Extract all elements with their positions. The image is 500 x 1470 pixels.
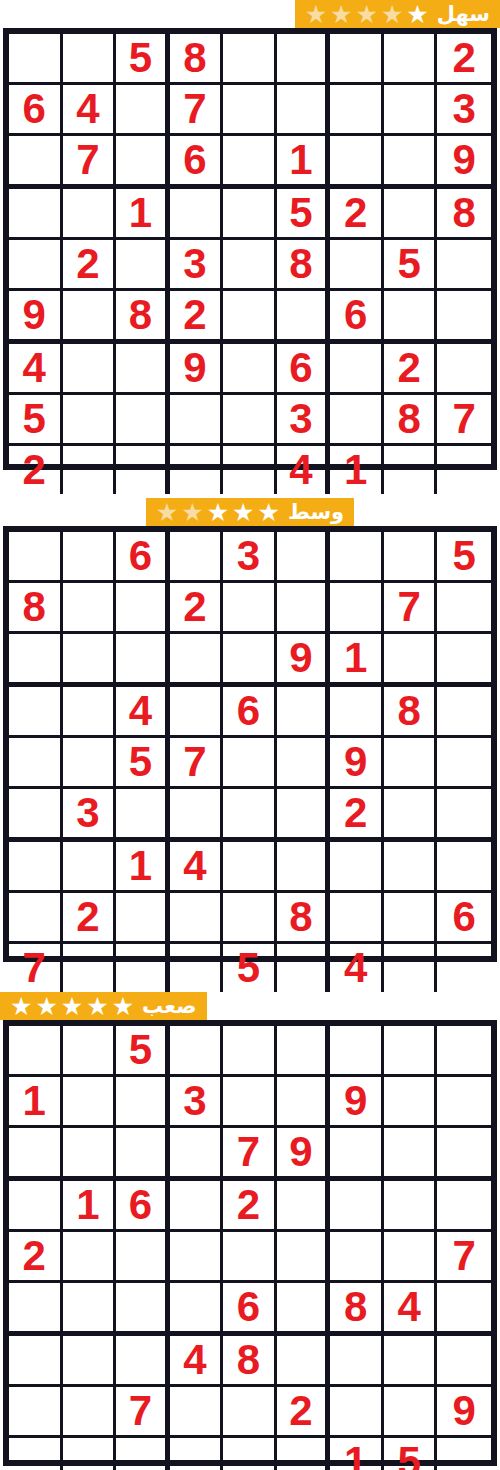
- cell-r4c3[interactable]: 6: [116, 1181, 170, 1232]
- cell-r7c9[interactable]: [437, 344, 491, 395]
- cell-r7c6[interactable]: [277, 842, 331, 893]
- cell-r7c3[interactable]: [116, 344, 170, 395]
- cell-r2c4[interactable]: 3: [170, 1077, 224, 1128]
- cell-r1c4[interactable]: [170, 532, 224, 583]
- sudoku-page: ★★★★★ سهل 582647376191528238598264962538…: [0, 0, 500, 1470]
- cell-r4c6[interactable]: [277, 687, 331, 738]
- cell-r5c2[interactable]: [63, 1232, 117, 1283]
- cell-r8c4[interactable]: [170, 1387, 224, 1438]
- cell-r6c3[interactable]: 8: [116, 291, 170, 344]
- cell-r5c5[interactable]: [223, 738, 277, 789]
- cell-r2c8[interactable]: [384, 1077, 438, 1128]
- sudoku-grid-hard: 513979162276844872915: [3, 1020, 497, 1466]
- cell-r8c9[interactable]: 7: [437, 395, 491, 446]
- cell-r3c5[interactable]: [223, 634, 277, 687]
- star-icon: ★: [61, 992, 83, 1020]
- cell-r7c4[interactable]: 4: [170, 842, 224, 893]
- cell-r3c2[interactable]: [63, 634, 117, 687]
- cell-r7c2[interactable]: [63, 842, 117, 893]
- cell-r7c4[interactable]: 4: [170, 1336, 224, 1387]
- star-icon: ★: [330, 0, 352, 28]
- star-icon: ★: [232, 498, 254, 526]
- cell-r8c6[interactable]: 2: [277, 1387, 331, 1438]
- cell-r9c8[interactable]: [384, 944, 438, 992]
- cell-r4c7[interactable]: 2: [330, 189, 384, 240]
- cell-r8c8[interactable]: [384, 1387, 438, 1438]
- cell-r3c3[interactable]: [116, 136, 170, 189]
- cell-r3c6[interactable]: 9: [277, 634, 331, 687]
- cell-r5c2[interactable]: 2: [63, 240, 117, 291]
- cell-r4c8[interactable]: [384, 189, 438, 240]
- cell-r4c8[interactable]: 8: [384, 687, 438, 738]
- cell-r8c8[interactable]: [384, 893, 438, 944]
- cell-r8c2[interactable]: [63, 395, 117, 446]
- cell-r1c6[interactable]: [277, 1026, 331, 1077]
- cell-r8c4[interactable]: [170, 395, 224, 446]
- cell-r3c9[interactable]: [437, 1128, 491, 1181]
- cell-r3c1[interactable]: [9, 1128, 63, 1181]
- cell-r4c9[interactable]: 8: [437, 189, 491, 240]
- cell-r4c5[interactable]: 2: [223, 1181, 277, 1232]
- cell-r9c2[interactable]: [63, 944, 117, 992]
- cell-r4c6[interactable]: 5: [277, 189, 331, 240]
- star-icon: ★: [305, 0, 327, 28]
- cell-r3c5[interactable]: 7: [223, 1128, 277, 1181]
- cell-r2c1[interactable]: 6: [9, 85, 63, 136]
- cell-r7c6[interactable]: 6: [277, 344, 331, 395]
- cell-r3c6[interactable]: 1: [277, 136, 331, 189]
- cell-r4c1[interactable]: [9, 189, 63, 240]
- cell-r5c9[interactable]: 7: [437, 1232, 491, 1283]
- star-icon: ★: [406, 0, 428, 28]
- cell-r4c3[interactable]: 1: [116, 189, 170, 240]
- cell-r7c4[interactable]: 9: [170, 344, 224, 395]
- cell-r7c1[interactable]: [9, 1336, 63, 1387]
- cell-r1c3[interactable]: 6: [116, 532, 170, 583]
- sudoku-grid-medium: 635827914685793214286754: [3, 526, 497, 962]
- cell-r9c5[interactable]: [223, 446, 277, 494]
- cell-r3c1[interactable]: [9, 136, 63, 189]
- cell-r9c3[interactable]: [116, 944, 170, 992]
- cell-r3c8[interactable]: [384, 136, 438, 189]
- cell-r6c9[interactable]: [437, 789, 491, 842]
- cell-r9c3[interactable]: [116, 446, 170, 494]
- cell-r8c5[interactable]: [223, 395, 277, 446]
- cell-r2c4[interactable]: 2: [170, 583, 224, 634]
- cell-r9c9[interactable]: [437, 446, 491, 494]
- cell-r1c2[interactable]: [63, 34, 117, 85]
- cell-r4c7[interactable]: [330, 687, 384, 738]
- cell-r1c1[interactable]: [9, 532, 63, 583]
- cell-r9c5[interactable]: 5: [223, 944, 277, 992]
- cell-r5c3[interactable]: 5: [116, 738, 170, 789]
- sudoku-grid-easy: 5826473761915282385982649625387241: [3, 28, 497, 470]
- cell-r4c9[interactable]: [437, 687, 491, 738]
- cell-r2c9[interactable]: [437, 1077, 491, 1128]
- cell-r1c1[interactable]: [9, 1026, 63, 1077]
- cell-r1c5[interactable]: 3: [223, 532, 277, 583]
- cell-r5c3[interactable]: [116, 240, 170, 291]
- cell-r5c5[interactable]: [223, 240, 277, 291]
- cell-r1c5[interactable]: [223, 1026, 277, 1077]
- cell-r5c1[interactable]: [9, 240, 63, 291]
- cell-r3c9[interactable]: [437, 634, 491, 687]
- cell-r7c3[interactable]: [116, 1336, 170, 1387]
- cell-r1c5[interactable]: [223, 34, 277, 85]
- cell-r6c4[interactable]: [170, 1283, 224, 1336]
- cell-r9c1[interactable]: 7: [9, 944, 63, 992]
- cell-r7c7[interactable]: [330, 1336, 384, 1387]
- cell-r4c8[interactable]: [384, 1181, 438, 1232]
- cell-r9c3[interactable]: [116, 1438, 170, 1470]
- cell-r2c5[interactable]: [223, 85, 277, 136]
- cell-r9c7[interactable]: 1: [330, 1438, 384, 1470]
- cell-r8c5[interactable]: [223, 1387, 277, 1438]
- star-icon: ★: [355, 0, 377, 28]
- cell-r6c6[interactable]: [277, 1283, 331, 1336]
- cell-r3c4[interactable]: [170, 634, 224, 687]
- cell-r2c9[interactable]: 3: [437, 85, 491, 136]
- star-icon: ★: [181, 498, 203, 526]
- cell-r4c4[interactable]: [170, 1181, 224, 1232]
- cell-r2c2[interactable]: 4: [63, 85, 117, 136]
- cell-r1c8[interactable]: [384, 532, 438, 583]
- cell-r6c5[interactable]: [223, 291, 277, 344]
- cell-r6c3[interactable]: [116, 1283, 170, 1336]
- difficulty-banner-medium: ★★★★★ وسط: [146, 498, 354, 526]
- cell-r5c6[interactable]: 8: [277, 240, 331, 291]
- cell-r5c7[interactable]: [330, 1232, 384, 1283]
- cell-r4c4[interactable]: [170, 189, 224, 240]
- cell-r9c2[interactable]: [63, 446, 117, 494]
- cell-r1c9[interactable]: 2: [437, 34, 491, 85]
- cell-r1c6[interactable]: [277, 34, 331, 85]
- cell-r9c4[interactable]: [170, 1438, 224, 1470]
- cell-r8c6[interactable]: 3: [277, 395, 331, 446]
- cell-r4c4[interactable]: [170, 687, 224, 738]
- cell-r8c1[interactable]: [9, 893, 63, 944]
- cell-r7c9[interactable]: [437, 842, 491, 893]
- cell-r5c8[interactable]: 5: [384, 240, 438, 291]
- cell-r1c4[interactable]: 8: [170, 34, 224, 85]
- cell-r7c8[interactable]: 2: [384, 344, 438, 395]
- cell-r6c7[interactable]: 8: [330, 1283, 384, 1336]
- cell-r3c4[interactable]: 6: [170, 136, 224, 189]
- cell-r1c3[interactable]: 5: [116, 1026, 170, 1077]
- cell-r8c3[interactable]: 7: [116, 1387, 170, 1438]
- difficulty-banner-easy: ★★★★★ سهل: [295, 0, 500, 28]
- cell-r6c6[interactable]: [277, 789, 331, 842]
- cell-r9c1[interactable]: 2: [9, 446, 63, 494]
- cell-r1c9[interactable]: 5: [437, 532, 491, 583]
- cell-r1c7[interactable]: [330, 532, 384, 583]
- cell-r7c6[interactable]: [277, 1336, 331, 1387]
- cell-r6c7[interactable]: 2: [330, 789, 384, 842]
- star-rating-easy: ★★★★★: [305, 0, 429, 28]
- cell-r6c1[interactable]: [9, 789, 63, 842]
- cell-r7c2[interactable]: [63, 1336, 117, 1387]
- cell-r4c7[interactable]: [330, 1181, 384, 1232]
- cell-r8c2[interactable]: 2: [63, 893, 117, 944]
- cell-r7c5[interactable]: [223, 344, 277, 395]
- cell-r4c1[interactable]: [9, 1181, 63, 1232]
- cell-r3c7[interactable]: [330, 136, 384, 189]
- cell-r6c2[interactable]: 3: [63, 789, 117, 842]
- cell-r3c5[interactable]: [223, 136, 277, 189]
- star-icon: ★: [258, 498, 280, 526]
- cell-r3c8[interactable]: [384, 1128, 438, 1181]
- cell-r6c3[interactable]: [116, 789, 170, 842]
- cell-r7c8[interactable]: [384, 842, 438, 893]
- cell-r8c8[interactable]: 8: [384, 395, 438, 446]
- cell-r8c4[interactable]: [170, 893, 224, 944]
- cell-r2c9[interactable]: [437, 583, 491, 634]
- cell-r5c5[interactable]: [223, 1232, 277, 1283]
- cell-r5c4[interactable]: 3: [170, 240, 224, 291]
- cell-r1c2[interactable]: [63, 1026, 117, 1077]
- cell-r6c2[interactable]: [63, 1283, 117, 1336]
- cell-r6c1[interactable]: [9, 1283, 63, 1336]
- cell-r1c7[interactable]: [330, 34, 384, 85]
- cell-r3c3[interactable]: [116, 1128, 170, 1181]
- difficulty-label-easy: سهل: [437, 0, 490, 28]
- difficulty-banner-hard: ★★★★★ صعب: [0, 992, 207, 1020]
- cell-r6c4[interactable]: [170, 789, 224, 842]
- cell-r9c8[interactable]: [384, 446, 438, 494]
- cell-r9c8[interactable]: 5: [384, 1438, 438, 1470]
- cell-r4c5[interactable]: [223, 189, 277, 240]
- cell-r6c8[interactable]: 4: [384, 1283, 438, 1336]
- cell-r5c8[interactable]: [384, 1232, 438, 1283]
- cell-r1c9[interactable]: [437, 1026, 491, 1077]
- puzzle-medium: ★★★★★ وسط 635827914685793214286754: [0, 498, 500, 962]
- cell-r2c6[interactable]: [277, 1077, 331, 1128]
- cell-r7c3[interactable]: 1: [116, 842, 170, 893]
- cell-r1c4[interactable]: [170, 1026, 224, 1077]
- star-icon: ★: [35, 992, 57, 1020]
- cell-r6c6[interactable]: [277, 291, 331, 344]
- cell-r2c7[interactable]: [330, 85, 384, 136]
- cell-r6c8[interactable]: [384, 291, 438, 344]
- cell-r3c1[interactable]: [9, 634, 63, 687]
- cell-r4c5[interactable]: 6: [223, 687, 277, 738]
- cell-r7c7[interactable]: [330, 344, 384, 395]
- cell-r2c3[interactable]: [116, 583, 170, 634]
- cell-r7c2[interactable]: [63, 344, 117, 395]
- cell-r7c7[interactable]: [330, 842, 384, 893]
- cell-r2c3[interactable]: [116, 85, 170, 136]
- star-rating-medium: ★★★★★: [156, 498, 280, 526]
- cell-r5c1[interactable]: [9, 738, 63, 789]
- cell-r8c3[interactable]: [116, 893, 170, 944]
- difficulty-label-medium: وسط: [288, 498, 344, 526]
- puzzle-easy: ★★★★★ سهل 582647376191528238598264962538…: [0, 0, 500, 470]
- cell-r5c7[interactable]: 9: [330, 738, 384, 789]
- cell-r7c5[interactable]: [223, 842, 277, 893]
- cell-r7c5[interactable]: 8: [223, 1336, 277, 1387]
- cell-r4c2[interactable]: 1: [63, 1181, 117, 1232]
- cell-r3c8[interactable]: [384, 634, 438, 687]
- cell-r8c7[interactable]: [330, 893, 384, 944]
- cell-r4c1[interactable]: [9, 687, 63, 738]
- cell-r5c1[interactable]: 2: [9, 1232, 63, 1283]
- puzzle-hard: ★★★★★ صعب 513979162276844872915: [0, 992, 500, 1466]
- star-icon: ★: [381, 0, 403, 28]
- cell-r2c4[interactable]: 7: [170, 85, 224, 136]
- star-icon: ★: [112, 992, 134, 1020]
- cell-r1c6[interactable]: [277, 532, 331, 583]
- cell-r5c9[interactable]: [437, 240, 491, 291]
- cell-r9c7[interactable]: 4: [330, 944, 384, 992]
- cell-r1c8[interactable]: [384, 1026, 438, 1077]
- cell-r6c5[interactable]: [223, 789, 277, 842]
- cell-r9c4[interactable]: [170, 944, 224, 992]
- cell-r9c4[interactable]: [170, 446, 224, 494]
- cell-r5c6[interactable]: [277, 738, 331, 789]
- cell-r2c6[interactable]: [277, 85, 331, 136]
- cell-r6c9[interactable]: [437, 1283, 491, 1336]
- cell-r8c7[interactable]: [330, 1387, 384, 1438]
- cell-r9c2[interactable]: [63, 1438, 117, 1470]
- cell-r8c9[interactable]: 6: [437, 893, 491, 944]
- cell-r5c7[interactable]: [330, 240, 384, 291]
- cell-r5c3[interactable]: [116, 1232, 170, 1283]
- cell-r3c4[interactable]: [170, 1128, 224, 1181]
- cell-r5c8[interactable]: [384, 738, 438, 789]
- cell-r3c6[interactable]: 9: [277, 1128, 331, 1181]
- cell-r5c6[interactable]: [277, 1232, 331, 1283]
- difficulty-label-hard: صعب: [142, 992, 196, 1020]
- cell-r6c8[interactable]: [384, 789, 438, 842]
- cell-r2c8[interactable]: [384, 85, 438, 136]
- cell-r8c3[interactable]: [116, 395, 170, 446]
- cell-r7c8[interactable]: [384, 1336, 438, 1387]
- cell-r9c6[interactable]: 4: [277, 446, 331, 494]
- cell-r1c1[interactable]: [9, 34, 63, 85]
- cell-r7c9[interactable]: [437, 1336, 491, 1387]
- cell-r2c2[interactable]: [63, 1077, 117, 1128]
- star-icon: ★: [156, 498, 178, 526]
- cell-r3c3[interactable]: [116, 634, 170, 687]
- cell-r6c2[interactable]: [63, 291, 117, 344]
- cell-r4c6[interactable]: [277, 1181, 331, 1232]
- cell-r9c6[interactable]: [277, 1438, 331, 1470]
- cell-r6c5[interactable]: 6: [223, 1283, 277, 1336]
- cell-r9c9[interactable]: [437, 1438, 491, 1470]
- cell-r8c7[interactable]: [330, 395, 384, 446]
- cell-r2c8[interactable]: 7: [384, 583, 438, 634]
- cell-r1c8[interactable]: [384, 34, 438, 85]
- star-rating-hard: ★★★★★: [10, 992, 134, 1020]
- cell-r4c2[interactable]: [63, 687, 117, 738]
- cell-r4c3[interactable]: 4: [116, 687, 170, 738]
- cell-r6c4[interactable]: 2: [170, 291, 224, 344]
- cell-r8c5[interactable]: [223, 893, 277, 944]
- star-icon: ★: [10, 992, 32, 1020]
- cell-r6c7[interactable]: 6: [330, 291, 384, 344]
- cell-r4c2[interactable]: [63, 189, 117, 240]
- cell-r4c9[interactable]: [437, 1181, 491, 1232]
- cell-r3c2[interactable]: [63, 1128, 117, 1181]
- cell-r8c1[interactable]: [9, 1387, 63, 1438]
- cell-r9c9[interactable]: [437, 944, 491, 992]
- cell-r1c3[interactable]: 5: [116, 34, 170, 85]
- cell-r8c9[interactable]: 9: [437, 1387, 491, 1438]
- cell-r2c7[interactable]: 9: [330, 1077, 384, 1128]
- cell-r9c5[interactable]: [223, 1438, 277, 1470]
- cell-r2c1[interactable]: 1: [9, 1077, 63, 1128]
- cell-r7c1[interactable]: [9, 842, 63, 893]
- cell-r1c2[interactable]: [63, 532, 117, 583]
- cell-r8c2[interactable]: [63, 1387, 117, 1438]
- cell-r9c7[interactable]: 1: [330, 446, 384, 494]
- cell-r5c2[interactable]: [63, 738, 117, 789]
- cell-r9c6[interactable]: [277, 944, 331, 992]
- cell-r5c4[interactable]: 7: [170, 738, 224, 789]
- cell-r2c5[interactable]: [223, 1077, 277, 1128]
- star-icon: ★: [86, 992, 108, 1020]
- cell-r9c1[interactable]: [9, 1438, 63, 1470]
- star-icon: ★: [207, 498, 229, 526]
- cell-r2c7[interactable]: [330, 583, 384, 634]
- cell-r7c1[interactable]: 4: [9, 344, 63, 395]
- cell-r8c6[interactable]: 8: [277, 893, 331, 944]
- cell-r3c2[interactable]: 7: [63, 136, 117, 189]
- cell-r2c1[interactable]: 8: [9, 583, 63, 634]
- cell-r2c6[interactable]: [277, 583, 331, 634]
- cell-r6c1[interactable]: 9: [9, 291, 63, 344]
- cell-r5c4[interactable]: [170, 1232, 224, 1283]
- cell-r1c7[interactable]: [330, 1026, 384, 1077]
- cell-r3c7[interactable]: [330, 1128, 384, 1181]
- cell-r8c1[interactable]: 5: [9, 395, 63, 446]
- cell-r2c5[interactable]: [223, 583, 277, 634]
- cell-r3c7[interactable]: 1: [330, 634, 384, 687]
- cell-r6c9[interactable]: [437, 291, 491, 344]
- cell-r2c2[interactable]: [63, 583, 117, 634]
- cell-r5c9[interactable]: [437, 738, 491, 789]
- cell-r3c9[interactable]: 9: [437, 136, 491, 189]
- cell-r2c3[interactable]: [116, 1077, 170, 1128]
